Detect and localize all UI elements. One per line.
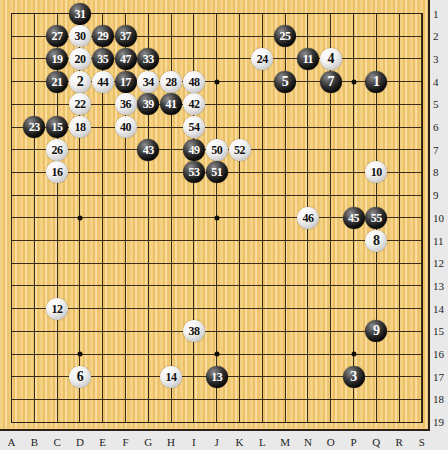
stone-28-white-H4: 28: [160, 71, 182, 93]
move-number: 20: [74, 53, 85, 65]
row-label-12: 12: [433, 257, 444, 269]
stone-13-black-J17: 13: [206, 366, 228, 388]
move-number: 44: [97, 76, 108, 88]
move-number: 6: [77, 370, 84, 384]
stone-38-white-I15: 38: [183, 320, 205, 342]
stone-33-black-G3: 33: [137, 48, 159, 70]
row-label-7: 7: [433, 144, 439, 156]
row-label-9: 9: [433, 189, 439, 201]
row-label-11: 11: [433, 235, 444, 247]
move-number: 34: [143, 76, 154, 88]
star-point-D16: [77, 352, 82, 357]
stone-6-white-D17: 6: [69, 366, 91, 388]
column-label-N: N: [304, 436, 312, 448]
move-number: 1: [373, 75, 380, 89]
column-label-D: D: [76, 436, 84, 448]
move-number: 2: [77, 75, 84, 89]
row-label-15: 15: [433, 325, 444, 337]
move-number: 16: [52, 166, 63, 178]
stone-52-white-K7: 52: [229, 139, 251, 161]
stone-53-black-I8: 53: [183, 161, 205, 183]
move-number: 12: [52, 303, 63, 315]
stone-29-black-E2: 29: [92, 25, 114, 47]
stone-22-white-D5: 22: [69, 93, 91, 115]
stone-19-black-C3: 19: [46, 48, 68, 70]
move-number: 8: [373, 234, 380, 248]
move-number: 33: [143, 53, 154, 65]
move-number: 47: [120, 53, 131, 65]
move-number: 29: [97, 30, 108, 42]
stone-36-white-F5: 36: [115, 93, 137, 115]
move-number: 22: [74, 98, 85, 110]
stone-27-black-C2: 27: [46, 25, 68, 47]
move-number: 11: [303, 53, 313, 65]
row-label-8: 8: [433, 166, 439, 178]
star-point-P16: [351, 352, 356, 357]
stone-44-white-E4: 44: [92, 71, 114, 93]
move-number: 30: [74, 30, 85, 42]
stone-2-white-D4: 2: [69, 71, 91, 93]
stone-24-white-L3: 24: [251, 48, 273, 70]
row-label-13: 13: [433, 280, 444, 292]
row-label-3: 3: [433, 53, 439, 65]
column-label-P: P: [350, 436, 356, 448]
move-number: 7: [327, 75, 334, 89]
stone-50-white-J7: 50: [206, 139, 228, 161]
column-label-I: I: [192, 436, 196, 448]
column-label-J: J: [215, 436, 219, 448]
stone-37-black-F2: 37: [115, 25, 137, 47]
row-label-6: 6: [433, 121, 439, 133]
row-label-18: 18: [433, 393, 444, 405]
stone-12-white-C14: 12: [46, 298, 68, 320]
move-number: 10: [371, 166, 382, 178]
stone-46-white-N10: 46: [297, 207, 319, 229]
star-point-J4: [214, 79, 219, 84]
stone-31-black-D1: 31: [69, 3, 91, 25]
column-label-F: F: [122, 436, 128, 448]
stone-11-black-N3: 11: [297, 48, 319, 70]
stone-25-black-M2: 25: [274, 25, 296, 47]
stone-49-black-I7: 49: [183, 139, 205, 161]
star-point-J10: [214, 215, 219, 220]
row-label-19: 19: [433, 416, 444, 428]
stone-3-black-P17: 3: [343, 366, 365, 388]
stone-55-black-Q10: 55: [365, 207, 387, 229]
move-number: 55: [371, 212, 382, 224]
move-number: 4: [327, 52, 334, 66]
row-label-14: 14: [433, 303, 444, 315]
stone-42-white-I5: 42: [183, 93, 205, 115]
move-number: 9: [373, 324, 380, 338]
stone-10-white-Q8: 10: [365, 161, 387, 183]
move-number: 3: [350, 370, 357, 384]
column-label-L: L: [259, 436, 266, 448]
move-number: 42: [188, 98, 199, 110]
stone-8-white-Q11: 8: [365, 230, 387, 252]
go-board: 1234567891011121314151617181920212223242…: [0, 0, 430, 431]
stone-30-white-D2: 30: [69, 25, 91, 47]
move-number: 35: [97, 53, 108, 65]
stone-40-white-F6: 40: [115, 116, 137, 138]
move-number: 27: [52, 30, 63, 42]
move-number: 17: [120, 76, 131, 88]
move-number: 25: [280, 30, 291, 42]
stone-17-black-F4: 17: [115, 71, 137, 93]
move-number: 46: [302, 212, 313, 224]
column-label-B: B: [31, 436, 38, 448]
move-number: 39: [143, 98, 154, 110]
stone-15-black-C6: 15: [46, 116, 68, 138]
stone-54-white-I6: 54: [183, 116, 205, 138]
move-number: 15: [52, 121, 63, 133]
row-label-4: 4: [433, 76, 439, 88]
stone-34-white-G4: 34: [137, 71, 159, 93]
column-label-R: R: [395, 436, 402, 448]
stone-18-white-D6: 18: [69, 116, 91, 138]
stone-51-black-J8: 51: [206, 161, 228, 183]
column-label-C: C: [53, 436, 60, 448]
column-label-O: O: [327, 436, 335, 448]
column-coordinate-strip: [0, 431, 448, 450]
row-label-2: 2: [433, 30, 439, 42]
move-number: 49: [188, 144, 199, 156]
move-number: 21: [52, 76, 63, 88]
move-number: 14: [166, 371, 177, 383]
row-label-5: 5: [433, 98, 439, 110]
stone-20-white-D3: 20: [69, 48, 91, 70]
stone-41-black-H5: 41: [160, 93, 182, 115]
move-number: 41: [166, 98, 177, 110]
move-number: 48: [188, 76, 199, 88]
column-label-K: K: [236, 436, 244, 448]
move-number: 36: [120, 98, 131, 110]
stone-1-black-Q4: 1: [365, 71, 387, 93]
row-label-16: 16: [433, 348, 444, 360]
column-label-H: H: [167, 436, 175, 448]
stone-14-white-H17: 14: [160, 366, 182, 388]
move-number: 31: [74, 8, 85, 20]
stone-7-black-O4: 7: [320, 71, 342, 93]
row-label-17: 17: [433, 371, 444, 383]
stone-9-black-Q15: 9: [365, 320, 387, 342]
move-number: 45: [348, 212, 359, 224]
go-kifu-diagram: 1234567891011121314151617181920212223242…: [0, 0, 448, 450]
star-point-D10: [77, 215, 82, 220]
move-number: 26: [52, 144, 63, 156]
move-number: 54: [188, 121, 199, 133]
row-label-1: 1: [433, 8, 439, 20]
stone-43-black-G7: 43: [137, 139, 159, 161]
move-number: 51: [211, 166, 222, 178]
column-label-E: E: [99, 436, 106, 448]
stone-23-black-B6: 23: [23, 116, 45, 138]
move-number: 5: [282, 75, 289, 89]
stone-48-white-I4: 48: [183, 71, 205, 93]
stone-35-black-E3: 35: [92, 48, 114, 70]
column-label-M: M: [280, 436, 290, 448]
stone-26-white-C7: 26: [46, 139, 68, 161]
stone-45-black-P10: 45: [343, 207, 365, 229]
move-number: 28: [166, 76, 177, 88]
star-point-P4: [351, 79, 356, 84]
stone-21-black-C4: 21: [46, 71, 68, 93]
column-label-S: S: [419, 436, 425, 448]
move-number: 24: [257, 53, 268, 65]
stone-47-black-F3: 47: [115, 48, 137, 70]
move-number: 40: [120, 121, 131, 133]
star-point-J16: [214, 352, 219, 357]
column-label-G: G: [144, 436, 152, 448]
move-number: 52: [234, 144, 245, 156]
stone-39-black-G5: 39: [137, 93, 159, 115]
column-label-A: A: [8, 436, 16, 448]
move-number: 43: [143, 144, 154, 156]
move-number: 18: [74, 121, 85, 133]
column-label-Q: Q: [372, 436, 380, 448]
move-number: 50: [211, 144, 222, 156]
stone-16-white-C8: 16: [46, 161, 68, 183]
move-number: 23: [29, 121, 40, 133]
move-number: 53: [188, 166, 199, 178]
move-number: 19: [52, 53, 63, 65]
move-number: 37: [120, 30, 131, 42]
stone-5-black-M4: 5: [274, 71, 296, 93]
row-label-10: 10: [433, 212, 444, 224]
move-number: 13: [211, 371, 222, 383]
stone-4-white-O3: 4: [320, 48, 342, 70]
move-number: 38: [188, 325, 199, 337]
